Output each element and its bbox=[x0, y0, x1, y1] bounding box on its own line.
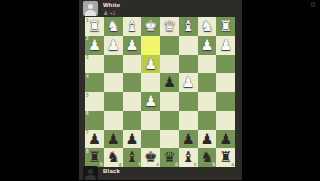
square-f8[interactable]: f♝ bbox=[123, 148, 142, 167]
rank-label-3: 3 bbox=[86, 55, 89, 60]
black-pawn[interactable]: ♟ bbox=[104, 130, 123, 149]
square-f4[interactable] bbox=[123, 73, 142, 92]
square-c8[interactable]: c♝ bbox=[179, 148, 198, 167]
square-c2[interactable] bbox=[179, 36, 198, 55]
square-e3[interactable]: ♟ bbox=[141, 55, 160, 74]
square-h1[interactable]: 1♜ bbox=[85, 17, 104, 36]
black-knight[interactable]: ♞ bbox=[104, 148, 123, 167]
square-d1[interactable]: ♛ bbox=[160, 17, 179, 36]
square-a7[interactable]: ♟ bbox=[216, 130, 235, 149]
black-pawn[interactable]: ♟ bbox=[198, 130, 217, 149]
black-pawn[interactable]: ♟ bbox=[179, 130, 198, 149]
black-pawn[interactable]: ♟ bbox=[160, 73, 179, 92]
square-f3[interactable] bbox=[123, 55, 142, 74]
square-e8[interactable]: e♚ bbox=[141, 148, 160, 167]
square-b3[interactable] bbox=[198, 55, 217, 74]
square-e7[interactable] bbox=[141, 130, 160, 149]
square-e2[interactable] bbox=[141, 36, 160, 55]
black-bishop[interactable]: ♝ bbox=[123, 148, 142, 167]
white-rook[interactable]: ♜ bbox=[216, 17, 235, 36]
square-d5[interactable] bbox=[160, 92, 179, 111]
square-d4[interactable]: ♟ bbox=[160, 73, 179, 92]
avatar-person-icon bbox=[88, 169, 93, 174]
white-material-advantage: ♟ +1 bbox=[103, 10, 116, 16]
black-bishop[interactable]: ♝ bbox=[179, 148, 198, 167]
white-pawn[interactable]: ♟ bbox=[179, 73, 198, 92]
square-d8[interactable]: d♛ bbox=[160, 148, 179, 167]
white-pawn[interactable]: ♟ bbox=[104, 36, 123, 55]
square-g2[interactable]: ♟ bbox=[104, 36, 123, 55]
square-a6[interactable] bbox=[216, 111, 235, 130]
square-a5[interactable] bbox=[216, 92, 235, 111]
square-d7[interactable] bbox=[160, 130, 179, 149]
square-b7[interactable]: ♟ bbox=[198, 130, 217, 149]
square-h4[interactable]: 4 bbox=[85, 73, 104, 92]
black-queen[interactable]: ♛ bbox=[160, 148, 179, 167]
rank-label-4: 4 bbox=[86, 74, 89, 79]
square-d6[interactable] bbox=[160, 111, 179, 130]
white-bishop[interactable]: ♝ bbox=[179, 17, 198, 36]
square-a4[interactable] bbox=[216, 73, 235, 92]
square-b1[interactable]: ♞ bbox=[198, 17, 217, 36]
square-f6[interactable] bbox=[123, 111, 142, 130]
white-player-avatar[interactable] bbox=[83, 1, 98, 16]
square-f7[interactable]: ♟ bbox=[123, 130, 142, 149]
square-g6[interactable] bbox=[104, 111, 123, 130]
square-g5[interactable] bbox=[104, 92, 123, 111]
square-g1[interactable]: ♞ bbox=[104, 17, 123, 36]
square-g3[interactable] bbox=[104, 55, 123, 74]
white-pawn[interactable]: ♟ bbox=[198, 36, 217, 55]
material-score: +1 bbox=[109, 10, 115, 16]
chess-board[interactable]: 1♜♞♝♚♛♝♞♜2♟♟♟♟♟3♟4♟♟5♟67♟♟♟♟♟♟8h♜g♞f♝e♚d… bbox=[85, 17, 235, 167]
square-e1[interactable]: ♚ bbox=[141, 17, 160, 36]
black-player-name: Black bbox=[103, 168, 120, 174]
white-pawn[interactable]: ♟ bbox=[141, 55, 160, 74]
square-f1[interactable]: ♝ bbox=[123, 17, 142, 36]
square-e4[interactable] bbox=[141, 73, 160, 92]
square-f5[interactable] bbox=[123, 92, 142, 111]
white-bishop[interactable]: ♝ bbox=[123, 17, 142, 36]
square-g7[interactable]: ♟ bbox=[104, 130, 123, 149]
black-pawn[interactable]: ♟ bbox=[216, 130, 235, 149]
square-a8[interactable]: a♜ bbox=[216, 148, 235, 167]
white-player-name: White bbox=[103, 2, 120, 8]
settings-gear-icon[interactable]: ⚙ bbox=[310, 1, 316, 9]
square-a2[interactable]: ♟ bbox=[216, 36, 235, 55]
square-b8[interactable]: b♞ bbox=[198, 148, 217, 167]
white-knight[interactable]: ♞ bbox=[198, 17, 217, 36]
white-pawn[interactable]: ♟ bbox=[85, 36, 104, 55]
square-h7[interactable]: 7♟ bbox=[85, 130, 104, 149]
square-e6[interactable] bbox=[141, 111, 160, 130]
square-b2[interactable]: ♟ bbox=[198, 36, 217, 55]
white-pawn[interactable]: ♟ bbox=[123, 36, 142, 55]
black-knight[interactable]: ♞ bbox=[198, 148, 217, 167]
square-c4[interactable]: ♟ bbox=[179, 73, 198, 92]
square-d2[interactable] bbox=[160, 36, 179, 55]
square-c6[interactable] bbox=[179, 111, 198, 130]
square-e5[interactable]: ♟ bbox=[141, 92, 160, 111]
white-knight[interactable]: ♞ bbox=[104, 17, 123, 36]
app-window: White ♟ +1 ⚙ 1♜♞♝♚♛♝♞♜2♟♟♟♟♟3♟4♟♟5♟67♟♟♟… bbox=[0, 0, 320, 180]
square-a1[interactable]: ♜ bbox=[216, 17, 235, 36]
square-c3[interactable] bbox=[179, 55, 198, 74]
square-h2[interactable]: 2♟ bbox=[85, 36, 104, 55]
square-d3[interactable] bbox=[160, 55, 179, 74]
square-g4[interactable] bbox=[104, 73, 123, 92]
avatar-person-icon bbox=[85, 175, 96, 181]
black-pawn[interactable]: ♟ bbox=[123, 130, 142, 149]
white-rook[interactable]: ♜ bbox=[85, 17, 104, 36]
black-pawn[interactable]: ♟ bbox=[85, 130, 104, 149]
avatar-person-icon bbox=[88, 4, 93, 9]
square-a3[interactable] bbox=[216, 55, 235, 74]
rank-label-5: 5 bbox=[86, 93, 89, 98]
square-c5[interactable] bbox=[179, 92, 198, 111]
square-f2[interactable]: ♟ bbox=[123, 36, 142, 55]
white-king[interactable]: ♚ bbox=[141, 17, 160, 36]
black-rook[interactable]: ♜ bbox=[85, 148, 104, 167]
black-king[interactable]: ♚ bbox=[141, 148, 160, 167]
black-player-avatar[interactable] bbox=[83, 166, 98, 180]
square-b5[interactable] bbox=[198, 92, 217, 111]
square-b4[interactable] bbox=[198, 73, 217, 92]
square-b6[interactable] bbox=[198, 111, 217, 130]
white-queen[interactable]: ♛ bbox=[160, 17, 179, 36]
black-rook[interactable]: ♜ bbox=[216, 148, 235, 167]
square-g8[interactable]: g♞ bbox=[104, 148, 123, 167]
captured-black-pawn-icon: ♟ bbox=[103, 10, 108, 16]
square-h5[interactable]: 5 bbox=[85, 92, 104, 111]
square-h8[interactable]: 8h♜ bbox=[85, 148, 104, 167]
avatar-person-icon bbox=[85, 10, 96, 17]
square-c1[interactable]: ♝ bbox=[179, 17, 198, 36]
white-pawn[interactable]: ♟ bbox=[141, 92, 160, 111]
square-h6[interactable]: 6 bbox=[85, 111, 104, 130]
square-c7[interactable]: ♟ bbox=[179, 130, 198, 149]
white-pawn[interactable]: ♟ bbox=[216, 36, 235, 55]
rank-label-6: 6 bbox=[86, 111, 89, 116]
square-h3[interactable]: 3 bbox=[85, 55, 104, 74]
